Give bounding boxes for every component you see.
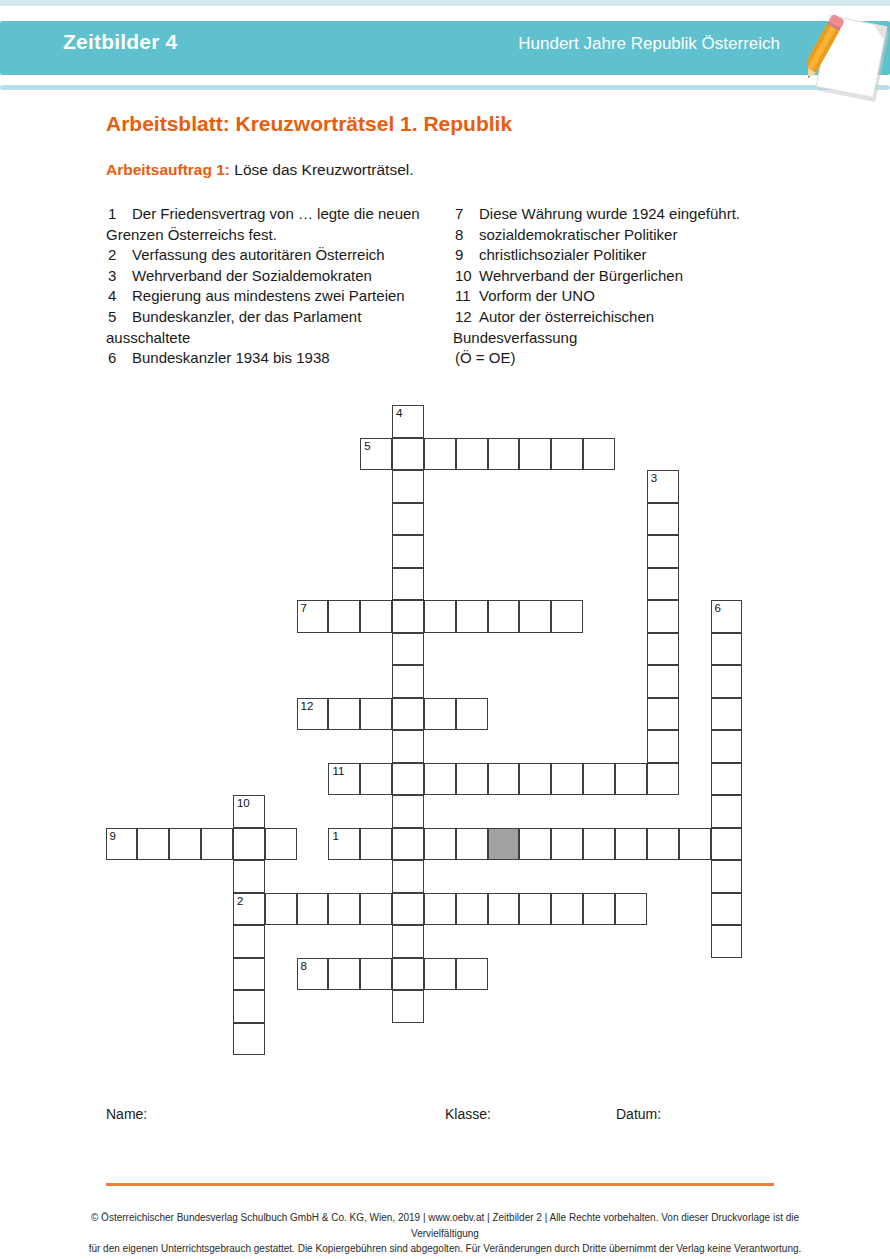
grid-cell[interactable] [456,600,488,633]
grid-cell-shaded [488,828,520,861]
clue-number: 11 [453,286,479,307]
grid-cell[interactable]: 2 [233,893,265,926]
worksheet-title: Arbeitsblatt: Kreuzworträtsel 1. Republi… [106,112,512,136]
grid-cell-number: 9 [110,830,116,842]
grid-cell[interactable] [647,503,679,536]
pencil-paper-icon [808,5,890,103]
grid-cell[interactable] [583,763,615,796]
grid-cell[interactable] [392,763,424,796]
grid-cell[interactable] [551,828,583,861]
grid-cell[interactable] [328,958,360,991]
book-title: Zeitbilder 4 [63,30,177,54]
grid-cell-number: 3 [651,472,657,484]
grid-cell[interactable] [711,828,743,861]
task-line: Arbeitsauftrag 1: Löse das Kreuzworträts… [106,161,414,179]
clue-item-5: 5Bundeskanzler, der das Parlament aussch… [106,307,448,348]
grid-cell[interactable] [711,860,743,893]
grid-cell[interactable] [360,958,392,991]
grid-cell[interactable] [647,535,679,568]
grid-cell[interactable] [488,600,520,633]
grid-cell[interactable] [233,990,265,1023]
grid-cell[interactable] [647,665,679,698]
clue-number: 12 [453,307,479,328]
footer-line-2: für den eigenen Unterrichtsgebrauch gest… [75,1241,815,1257]
grid-cell[interactable] [233,925,265,958]
grid-cell[interactable] [424,763,456,796]
grid-cell[interactable] [233,1023,265,1056]
grid-cell[interactable] [392,958,424,991]
grid-cell[interactable] [328,600,360,633]
grid-cell[interactable] [456,763,488,796]
clue-number: 3 [106,266,132,287]
grid-cell[interactable] [647,600,679,633]
grid-cell[interactable] [647,763,679,796]
grid-cell[interactable] [360,763,392,796]
grid-cell[interactable] [647,828,679,861]
grid-cell[interactable] [456,958,488,991]
clue-item-4: 4Regierung aus mindestens zwei Parteien [106,286,448,307]
grid-cell-number: 2 [237,895,243,907]
grid-cell[interactable] [456,698,488,731]
grid-cell[interactable] [424,438,456,471]
clue-column-right: 7Diese Währung wurde 1924 eingeführt.8so… [453,204,755,369]
clue-number: 4 [106,286,132,307]
grid-cell-number: 4 [396,407,402,419]
grid-cell-number: 6 [715,602,721,614]
grid-cell[interactable] [392,828,424,861]
grid-cell[interactable]: 9 [106,828,138,861]
grid-cell[interactable]: 5 [360,438,392,471]
grid-cell[interactable] [456,828,488,861]
clue-note: (Ö = OE) [453,348,755,369]
clue-item-8: 8sozialdemokratischer Politiker [453,225,755,246]
clue-number: 10 [453,266,479,287]
clue-item-10: 10Wehrverband der Bürgerlichen [453,266,755,287]
clue-number: 6 [106,348,132,369]
datum-field-label: Datum: [616,1106,661,1122]
grid-cell[interactable] [711,763,743,796]
clue-item-11: 11Vorform der UNO [453,286,755,307]
grid-cell[interactable]: 11 [328,763,360,796]
clue-item-6: 6Bundeskanzler 1934 bis 1938 [106,348,448,369]
grid-cell[interactable] [711,633,743,666]
grid-cell[interactable] [711,730,743,763]
grid-cell[interactable] [679,828,711,861]
grid-cell[interactable] [360,893,392,926]
grid-cell[interactable] [519,828,551,861]
clue-item-12: 12Autor der österreichischen Bundesverfa… [453,307,755,348]
clue-number: 8 [453,225,479,246]
grid-cell[interactable]: 10 [233,795,265,828]
grid-cell[interactable] [551,763,583,796]
grid-cell[interactable] [711,893,743,926]
grid-cell[interactable] [360,828,392,861]
grid-cell[interactable]: 6 [711,600,743,633]
grid-cell[interactable] [647,730,679,763]
grid-cell[interactable]: 3 [647,470,679,503]
grid-cell[interactable] [392,730,424,763]
clue-item-3: 3Wehrverband der Sozialdemokraten [106,266,448,287]
grid-cell[interactable] [233,828,265,861]
grid-cell[interactable] [519,763,551,796]
clue-item-9: 9christlichsozialer Politiker [453,245,755,266]
grid-cell-number: 11 [332,765,344,777]
grid-cell[interactable] [328,893,360,926]
grid-cell[interactable] [233,958,265,991]
grid-cell[interactable] [424,893,456,926]
grid-cell[interactable] [392,633,424,666]
grid-cell-number: 8 [301,960,307,972]
grid-cell[interactable] [615,763,647,796]
orange-divider-line [106,1183,774,1186]
grid-cell[interactable]: 8 [297,958,329,991]
grid-cell[interactable]: 4 [392,405,424,438]
grid-cell[interactable]: 1 [328,828,360,861]
grid-cell[interactable] [711,665,743,698]
grid-cell-number: 10 [237,797,250,809]
grid-cell[interactable] [711,698,743,731]
crossword-grid: 453761211109128 [106,405,743,1055]
grid-cell[interactable] [519,893,551,926]
grid-cell[interactable] [328,698,360,731]
grid-cell[interactable] [392,600,424,633]
clue-number: 7 [453,204,479,225]
grid-cell[interactable] [392,535,424,568]
clue-item-2: 2Verfassung des autoritären Österreich [106,245,448,266]
grid-cell[interactable] [392,990,424,1023]
grid-cell[interactable] [551,893,583,926]
grid-cell[interactable] [169,828,201,861]
grid-cell[interactable] [488,893,520,926]
grid-cell[interactable] [297,893,329,926]
grid-cell-number: 1 [332,830,338,842]
grid-cell[interactable] [583,438,615,471]
grid-cell[interactable] [392,795,424,828]
grid-cell-number: 7 [301,602,307,614]
grid-cell[interactable] [647,633,679,666]
clue-item-7: 7Diese Währung wurde 1924 eingeführt. [453,204,755,225]
grid-cell[interactable] [456,438,488,471]
grid-cell[interactable] [615,828,647,861]
grid-cell-number: 5 [364,440,370,452]
grid-cell[interactable] [265,893,297,926]
grid-cell[interactable] [233,860,265,893]
grid-cell[interactable] [519,438,551,471]
grid-cell[interactable] [647,568,679,601]
grid-cell[interactable] [424,828,456,861]
grid-cell[interactable] [392,860,424,893]
grid-cell[interactable] [424,600,456,633]
grid-cell[interactable] [711,795,743,828]
grid-cell[interactable] [392,470,424,503]
grid-cell[interactable]: 7 [297,600,329,633]
grid-cell[interactable] [711,925,743,958]
clue-number: 9 [453,245,479,266]
clue-number: 1 [106,204,132,225]
top-accent-strip [0,0,890,6]
footer-line-1: © Österreichischer Bundesverlag Schulbuc… [75,1210,815,1241]
grid-cell[interactable] [583,828,615,861]
grid-cell[interactable] [392,568,424,601]
grid-cell[interactable] [551,600,583,633]
task-label: Arbeitsauftrag 1: [106,161,230,178]
grid-cell[interactable] [424,958,456,991]
grid-cell[interactable] [392,503,424,536]
grid-cell-number: 12 [301,700,314,712]
clue-column-left: 1Der Friedensvertrag von … legte die neu… [106,204,448,369]
footer-copyright: © Österreichischer Bundesverlag Schulbuc… [75,1210,815,1257]
grid-cell[interactable]: 12 [297,698,329,731]
grid-cell[interactable] [392,698,424,731]
grid-cell[interactable] [360,600,392,633]
grid-cell[interactable] [615,893,647,926]
grid-cell[interactable] [424,698,456,731]
grid-cell[interactable] [137,828,169,861]
grid-cell[interactable] [551,438,583,471]
grid-cell[interactable] [201,828,233,861]
grid-cell[interactable] [583,893,615,926]
grid-cell[interactable] [456,893,488,926]
task-text: Löse das Kreuzworträtsel. [234,161,413,178]
klasse-field-label: Klasse: [445,1106,491,1122]
name-field-label: Name: [106,1106,147,1122]
clue-number: 5 [106,307,132,328]
grid-cell[interactable] [392,893,424,926]
grid-cell[interactable] [392,665,424,698]
grid-cell[interactable] [392,438,424,471]
grid-cell[interactable] [265,828,297,861]
clue-number: 2 [106,245,132,266]
grid-cell[interactable] [488,438,520,471]
grid-cell[interactable] [392,925,424,958]
chapter-title: Hundert Jahre Republik Österreich [518,34,780,54]
header-sub-stripe [0,85,890,90]
grid-cell[interactable] [647,698,679,731]
grid-cell[interactable] [519,600,551,633]
clue-item-1: 1Der Friedensvertrag von … legte die neu… [106,204,448,245]
grid-cell[interactable] [488,763,520,796]
grid-cell[interactable] [360,698,392,731]
